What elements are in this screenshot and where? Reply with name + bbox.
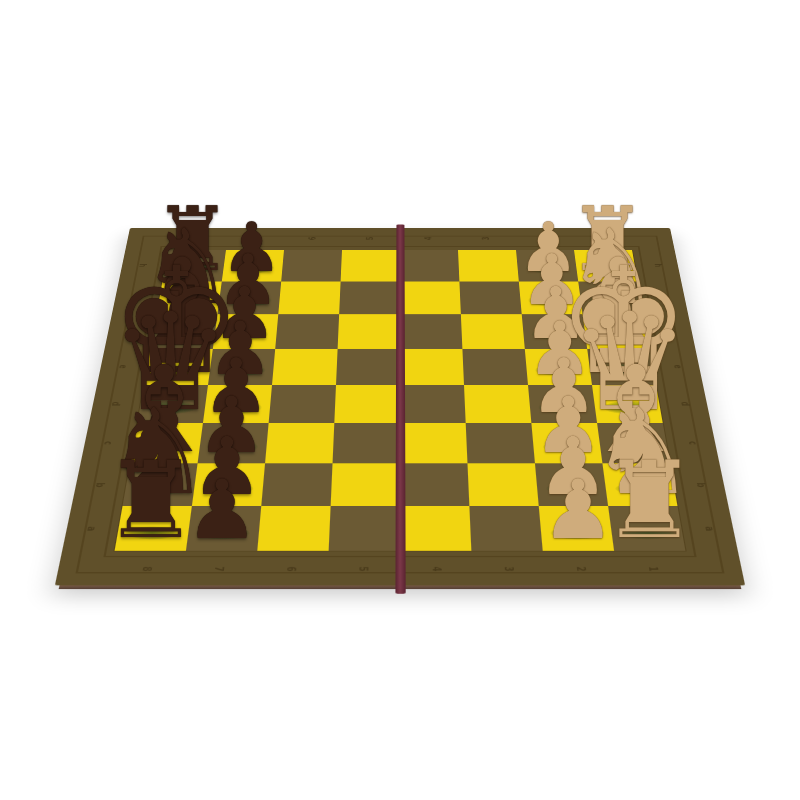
black-pawn-a7[interactable]: ♟: [185, 469, 259, 551]
black-rook-a8[interactable]: ♜: [103, 448, 198, 554]
pieces-layer: ♜♟♟♜♞♟♟♞♝♟♟♝♚♟♟♚♛♟♟♛♝♟♟♝♞♟♟♞♜♟♟♜: [0, 0, 800, 800]
white-rook-a1[interactable]: ♜: [602, 448, 697, 554]
chessboard-photo: 87654321 87654321 hgfedcba hgfedcba ♜♟♟♜…: [0, 0, 800, 800]
